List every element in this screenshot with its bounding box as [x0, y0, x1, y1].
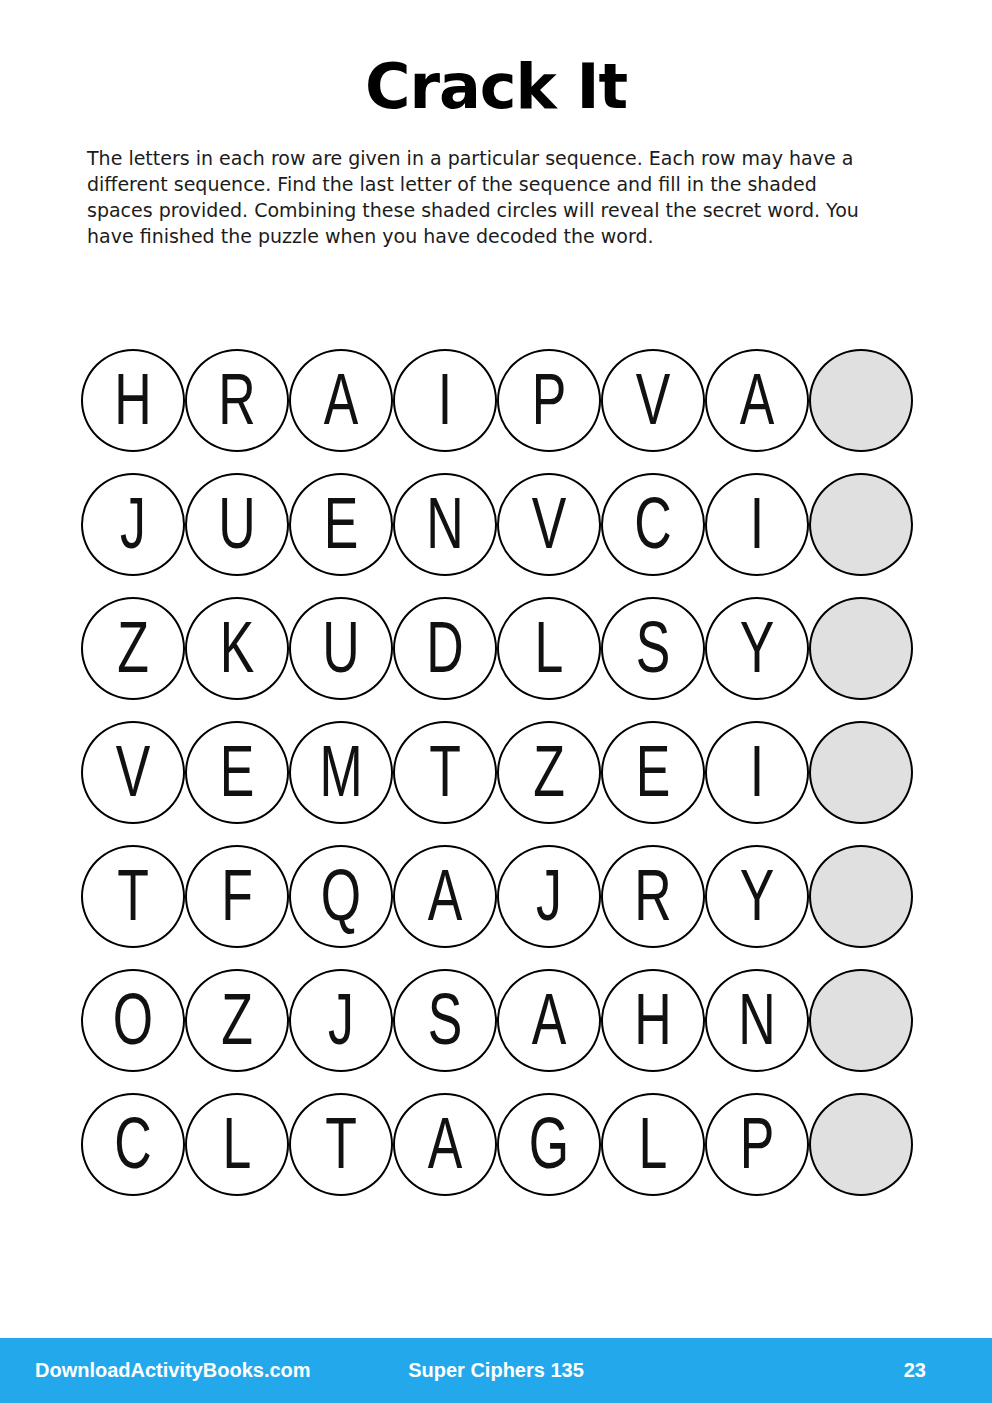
- letter-cell: J: [289, 969, 393, 1072]
- letter-glyph: L: [639, 1107, 668, 1183]
- letter-glyph: E: [324, 487, 359, 563]
- letter-glyph: M: [319, 735, 362, 811]
- letter-glyph: Y: [740, 859, 775, 935]
- letter-glyph: S: [636, 611, 671, 687]
- instructions-line: The letters in each row are given in a p…: [87, 145, 905, 171]
- letter-cell: L: [601, 1093, 705, 1196]
- letter-cell: Q: [289, 845, 393, 948]
- letter-cell: J: [81, 473, 185, 576]
- letter-cell: Z: [81, 597, 185, 700]
- letter-glyph: A: [428, 859, 463, 935]
- letter-cell: O: [81, 969, 185, 1072]
- letter-cell: A: [393, 845, 497, 948]
- letter-cell: S: [601, 597, 705, 700]
- letter-cell: I: [705, 473, 809, 576]
- letter-cell: D: [393, 597, 497, 700]
- letter-glyph: V: [532, 487, 567, 563]
- page-title: Crack It: [0, 50, 992, 123]
- letter-cell: C: [81, 1093, 185, 1196]
- letter-glyph: Y: [740, 611, 775, 687]
- letter-glyph: J: [120, 487, 146, 563]
- letter-glyph: T: [429, 735, 461, 811]
- letter-cell: J: [497, 845, 601, 948]
- letter-cell: T: [289, 1093, 393, 1196]
- letter-cell: Y: [705, 597, 809, 700]
- letter-glyph: L: [223, 1107, 252, 1183]
- footer-page-number: 23: [904, 1359, 926, 1382]
- letter-glyph: J: [328, 983, 354, 1059]
- letter-cell: L: [497, 597, 601, 700]
- letter-cell: C: [601, 473, 705, 576]
- letter-glyph: Z: [117, 611, 149, 687]
- letter-cell: R: [185, 349, 289, 452]
- letter-cell: A: [497, 969, 601, 1072]
- letter-cell: F: [185, 845, 289, 948]
- letter-glyph: Z: [533, 735, 565, 811]
- letter-cell: A: [289, 349, 393, 452]
- letter-glyph: H: [114, 363, 151, 439]
- letter-cell: H: [81, 349, 185, 452]
- letter-glyph: F: [221, 859, 253, 935]
- letter-cell: U: [185, 473, 289, 576]
- letter-cell: E: [185, 721, 289, 824]
- letter-cell: I: [393, 349, 497, 452]
- answer-cell-shaded: [809, 845, 913, 948]
- letter-cell: L: [185, 1093, 289, 1196]
- footer-bar: DownloadActivityBooks.com Super Ciphers …: [0, 1338, 992, 1403]
- letter-cell: V: [601, 349, 705, 452]
- letter-cell: T: [81, 845, 185, 948]
- letter-glyph: C: [634, 487, 671, 563]
- letter-glyph: P: [532, 363, 567, 439]
- letter-glyph: A: [324, 363, 359, 439]
- letter-cell: H: [601, 969, 705, 1072]
- letter-glyph: L: [535, 611, 564, 687]
- letter-cell: A: [393, 1093, 497, 1196]
- letter-glyph: V: [636, 363, 671, 439]
- letter-cell: U: [289, 597, 393, 700]
- letter-glyph: J: [536, 859, 562, 935]
- letter-glyph: H: [634, 983, 671, 1059]
- letter-cell: T: [393, 721, 497, 824]
- letter-glyph: Z: [221, 983, 253, 1059]
- letter-glyph: A: [428, 1107, 463, 1183]
- letter-cell: Y: [705, 845, 809, 948]
- letter-cell: V: [497, 473, 601, 576]
- letter-glyph: P: [740, 1107, 775, 1183]
- letter-cell: A: [705, 349, 809, 452]
- letter-glyph: E: [220, 735, 255, 811]
- answer-cell-shaded: [809, 1093, 913, 1196]
- letter-cell: I: [705, 721, 809, 824]
- letter-glyph: I: [750, 735, 764, 811]
- answer-cell-shaded: [809, 349, 913, 452]
- letter-cell: N: [705, 969, 809, 1072]
- answer-cell-shaded: [809, 597, 913, 700]
- letter-glyph: N: [738, 983, 775, 1059]
- letter-glyph: D: [426, 611, 463, 687]
- instructions: The letters in each row are given in a p…: [87, 145, 905, 249]
- letter-glyph: T: [117, 859, 149, 935]
- letter-glyph: I: [438, 363, 452, 439]
- letter-glyph: N: [426, 487, 463, 563]
- letter-glyph: G: [529, 1107, 569, 1183]
- letter-cell: K: [185, 597, 289, 700]
- instructions-line: spaces provided. Combining these shaded …: [87, 197, 905, 223]
- letter-glyph: K: [220, 611, 255, 687]
- letter-cell: E: [601, 721, 705, 824]
- letter-cell: M: [289, 721, 393, 824]
- letter-glyph: U: [322, 611, 359, 687]
- letter-cell: G: [497, 1093, 601, 1196]
- letter-glyph: U: [218, 487, 255, 563]
- letter-glyph: O: [113, 983, 153, 1059]
- letter-cell: E: [289, 473, 393, 576]
- letter-cell: S: [393, 969, 497, 1072]
- instructions-line: have finished the puzzle when you have d…: [87, 223, 905, 249]
- letter-glyph: E: [636, 735, 671, 811]
- letter-cell: Z: [497, 721, 601, 824]
- instructions-line: different sequence. Find the last letter…: [87, 171, 905, 197]
- footer-site-link: DownloadActivityBooks.com: [35, 1359, 311, 1382]
- puzzle-grid: HRAIPVAJUENVCIZKUDLSYVEMTZEITFQAJRYOZJSA…: [81, 349, 913, 1196]
- letter-cell: Z: [185, 969, 289, 1072]
- letter-cell: P: [497, 349, 601, 452]
- letter-glyph: T: [325, 1107, 357, 1183]
- letter-cell: V: [81, 721, 185, 824]
- answer-cell-shaded: [809, 721, 913, 824]
- letter-cell: N: [393, 473, 497, 576]
- letter-glyph: R: [634, 859, 671, 935]
- letter-glyph: Q: [321, 859, 361, 935]
- answer-cell-shaded: [809, 473, 913, 576]
- letter-glyph: I: [750, 487, 764, 563]
- letter-glyph: S: [428, 983, 463, 1059]
- letter-cell: R: [601, 845, 705, 948]
- letter-cell: P: [705, 1093, 809, 1196]
- letter-glyph: A: [532, 983, 567, 1059]
- letter-glyph: A: [740, 363, 775, 439]
- letter-glyph: C: [114, 1107, 151, 1183]
- answer-cell-shaded: [809, 969, 913, 1072]
- letter-glyph: R: [218, 363, 255, 439]
- letter-glyph: V: [116, 735, 151, 811]
